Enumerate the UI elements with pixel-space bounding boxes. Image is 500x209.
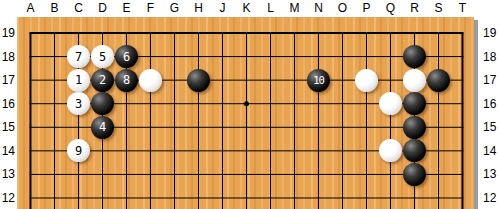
intersection-N13[interactable] <box>307 163 331 187</box>
intersection-C19[interactable] <box>67 21 91 45</box>
intersection-O13[interactable] <box>331 163 355 187</box>
column-label-L: L <box>267 0 274 16</box>
row-label-right-19: 19 <box>483 25 496 41</box>
intersection-M14[interactable] <box>283 139 307 163</box>
row-label-left-18: 18 <box>0 49 15 65</box>
move-number: 2 <box>99 74 106 86</box>
intersection-L17[interactable] <box>259 68 283 92</box>
intersection-R14[interactable] <box>403 139 427 163</box>
intersection-E16[interactable] <box>115 92 139 116</box>
intersection-C18[interactable]: 7 <box>67 45 91 69</box>
intersection-J17[interactable] <box>211 68 235 92</box>
intersection-A18[interactable] <box>19 45 43 69</box>
go-board-diagram: ABCDEFGHJKLMNOPQRST 1918171615141312 191… <box>0 0 500 209</box>
intersection-D14[interactable] <box>91 139 115 163</box>
intersection-R15[interactable] <box>403 115 427 139</box>
column-label-E: E <box>122 0 130 16</box>
stone-white-D18[interactable]: 5 <box>91 45 114 68</box>
intersection-O15[interactable] <box>331 115 355 139</box>
move-number: 3 <box>75 98 82 110</box>
intersection-J13[interactable] <box>211 163 235 187</box>
move-number: 6 <box>123 51 130 63</box>
intersection-Q17[interactable] <box>379 68 403 92</box>
intersection-M16[interactable] <box>283 92 307 116</box>
intersection-M18[interactable] <box>283 45 307 69</box>
stone-black-R14[interactable] <box>403 139 426 162</box>
intersection-S13[interactable] <box>427 163 451 187</box>
intersection-P16[interactable] <box>355 92 379 116</box>
intersection-G12[interactable] <box>163 186 187 209</box>
intersection-E13[interactable] <box>115 163 139 187</box>
row-label-right-16: 16 <box>483 96 496 112</box>
intersection-R17[interactable] <box>403 68 427 92</box>
intersection-Q15[interactable] <box>379 115 403 139</box>
move-number: 4 <box>99 121 106 133</box>
intersection-N19[interactable] <box>307 21 331 45</box>
intersection-T17[interactable] <box>451 68 475 92</box>
intersection-J14[interactable] <box>211 139 235 163</box>
stone-black-E18[interactable]: 6 <box>115 45 138 68</box>
row-label-left-12: 12 <box>0 190 15 206</box>
intersection-E18[interactable]: 6 <box>115 45 139 69</box>
stone-black-D17[interactable]: 2 <box>91 69 114 92</box>
intersection-M19[interactable] <box>283 21 307 45</box>
intersection-A12[interactable] <box>19 186 43 209</box>
intersection-S14[interactable] <box>427 139 451 163</box>
intersection-F19[interactable] <box>139 21 163 45</box>
stone-black-N17[interactable]: 10 <box>307 69 330 92</box>
intersection-Q16[interactable] <box>379 92 403 116</box>
intersection-D19[interactable] <box>91 21 115 45</box>
intersection-R16[interactable] <box>403 92 427 116</box>
intersection-T16[interactable] <box>451 92 475 116</box>
intersection-P14[interactable] <box>355 139 379 163</box>
intersection-T15[interactable] <box>451 115 475 139</box>
intersection-C15[interactable] <box>67 115 91 139</box>
intersection-M12[interactable] <box>283 186 307 209</box>
intersection-E15[interactable] <box>115 115 139 139</box>
stone-white-P17[interactable] <box>355 69 378 92</box>
stone-white-C17[interactable]: 1 <box>67 69 90 92</box>
column-label-G: G <box>170 0 179 16</box>
intersection-K18[interactable] <box>235 45 259 69</box>
stone-black-R13[interactable] <box>403 163 426 186</box>
intersection-P15[interactable] <box>355 115 379 139</box>
intersection-P13[interactable] <box>355 163 379 187</box>
intersection-K13[interactable] <box>235 163 259 187</box>
intersection-B19[interactable] <box>43 21 67 45</box>
intersection-A14[interactable] <box>19 139 43 163</box>
intersection-O19[interactable] <box>331 21 355 45</box>
intersection-D12[interactable] <box>91 186 115 209</box>
stone-black-D16[interactable] <box>91 92 114 115</box>
row-label-left-16: 16 <box>0 96 15 112</box>
intersection-H16[interactable] <box>187 92 211 116</box>
stone-black-H17[interactable] <box>187 69 210 92</box>
intersection-H19[interactable] <box>187 21 211 45</box>
row-label-right-14: 14 <box>483 143 496 159</box>
intersection-P19[interactable] <box>355 21 379 45</box>
intersection-P17[interactable] <box>355 68 379 92</box>
intersection-R13[interactable] <box>403 163 427 187</box>
intersection-J16[interactable] <box>211 92 235 116</box>
intersection-T13[interactable] <box>451 163 475 187</box>
intersection-A19[interactable] <box>19 21 43 45</box>
intersection-N16[interactable] <box>307 92 331 116</box>
intersection-A17[interactable] <box>19 68 43 92</box>
stone-white-C16[interactable]: 3 <box>67 92 90 115</box>
intersection-T18[interactable] <box>451 45 475 69</box>
intersection-R19[interactable] <box>403 21 427 45</box>
intersection-T14[interactable] <box>451 139 475 163</box>
move-number: 9 <box>75 145 82 157</box>
stone-white-Q14[interactable] <box>379 139 402 162</box>
intersection-N17[interactable]: 10 <box>307 68 331 92</box>
intersection-C16[interactable]: 3 <box>67 92 91 116</box>
intersection-G15[interactable] <box>163 115 187 139</box>
intersection-F17[interactable] <box>139 68 163 92</box>
intersection-T19[interactable] <box>451 21 475 45</box>
intersection-S18[interactable] <box>427 45 451 69</box>
stone-white-Q16[interactable] <box>379 92 402 115</box>
column-label-C: C <box>74 0 83 16</box>
intersection-L12[interactable] <box>259 186 283 209</box>
intersection-B12[interactable] <box>43 186 67 209</box>
intersection-P12[interactable] <box>355 186 379 209</box>
intersection-G14[interactable] <box>163 139 187 163</box>
intersection-K14[interactable] <box>235 139 259 163</box>
stone-black-D15[interactable]: 4 <box>91 116 114 139</box>
column-label-Q: Q <box>386 0 395 16</box>
intersection-M17[interactable] <box>283 68 307 92</box>
intersection-D13[interactable] <box>91 163 115 187</box>
stone-black-R15[interactable] <box>403 116 426 139</box>
stone-white-R17[interactable] <box>403 69 426 92</box>
intersection-J18[interactable] <box>211 45 235 69</box>
intersection-S19[interactable] <box>427 21 451 45</box>
intersection-S17[interactable] <box>427 68 451 92</box>
intersection-Q12[interactable] <box>379 186 403 209</box>
intersection-M13[interactable] <box>283 163 307 187</box>
intersection-D17[interactable]: 2 <box>91 68 115 92</box>
intersection-N12[interactable] <box>307 186 331 209</box>
intersection-B15[interactable] <box>43 115 67 139</box>
intersection-B16[interactable] <box>43 92 67 116</box>
intersection-S12[interactable] <box>427 186 451 209</box>
intersection-F18[interactable] <box>139 45 163 69</box>
intersection-F15[interactable] <box>139 115 163 139</box>
column-label-M: M <box>290 0 300 16</box>
intersection-L16[interactable] <box>259 92 283 116</box>
intersection-S16[interactable] <box>427 92 451 116</box>
intersection-B14[interactable] <box>43 139 67 163</box>
column-label-H: H <box>194 0 203 16</box>
intersection-D16[interactable] <box>91 92 115 116</box>
intersection-H15[interactable] <box>187 115 211 139</box>
column-label-O: O <box>338 0 347 16</box>
row-label-left-13: 13 <box>0 166 15 182</box>
intersection-A13[interactable] <box>19 163 43 187</box>
move-number: 8 <box>123 74 130 86</box>
row-label-left-17: 17 <box>0 72 15 88</box>
intersection-E17[interactable]: 8 <box>115 68 139 92</box>
intersection-N14[interactable] <box>307 139 331 163</box>
intersection-H13[interactable] <box>187 163 211 187</box>
intersection-J15[interactable] <box>211 115 235 139</box>
intersection-L15[interactable] <box>259 115 283 139</box>
board-shadow-edge <box>474 20 478 209</box>
stone-black-E17[interactable]: 8 <box>115 69 138 92</box>
intersection-R12[interactable] <box>403 186 427 209</box>
intersection-P18[interactable] <box>355 45 379 69</box>
intersection-C12[interactable] <box>67 186 91 209</box>
stone-white-C14[interactable]: 9 <box>67 139 90 162</box>
column-label-T: T <box>459 0 466 16</box>
move-number: 7 <box>75 51 82 63</box>
intersection-K19[interactable] <box>235 21 259 45</box>
intersection-L14[interactable] <box>259 139 283 163</box>
intersection-B18[interactable] <box>43 45 67 69</box>
intersection-Q14[interactable] <box>379 139 403 163</box>
column-label-N: N <box>314 0 323 16</box>
intersection-C17[interactable]: 1 <box>67 68 91 92</box>
intersection-Q13[interactable] <box>379 163 403 187</box>
intersection-C13[interactable] <box>67 163 91 187</box>
intersection-Q19[interactable] <box>379 21 403 45</box>
intersection-H12[interactable] <box>187 186 211 209</box>
intersection-N15[interactable] <box>307 115 331 139</box>
intersection-K16[interactable] <box>235 92 259 116</box>
intersection-K12[interactable] <box>235 186 259 209</box>
row-label-left-14: 14 <box>0 143 15 159</box>
stone-black-S17[interactable] <box>427 69 450 92</box>
column-label-P: P <box>362 0 370 16</box>
intersection-F14[interactable] <box>139 139 163 163</box>
column-label-S: S <box>434 0 442 16</box>
intersection-H17[interactable] <box>187 68 211 92</box>
intersection-E12[interactable] <box>115 186 139 209</box>
row-label-right-18: 18 <box>483 49 496 65</box>
move-number: 5 <box>99 51 106 63</box>
intersection-G13[interactable] <box>163 163 187 187</box>
intersection-Q18[interactable] <box>379 45 403 69</box>
intersection-O14[interactable] <box>331 139 355 163</box>
move-number: 10 <box>313 75 324 86</box>
go-board[interactable]: 75612810349 <box>17 17 474 209</box>
stone-white-C18[interactable]: 7 <box>67 45 90 68</box>
intersection-J12[interactable] <box>211 186 235 209</box>
column-label-B: B <box>50 0 58 16</box>
intersection-O18[interactable] <box>331 45 355 69</box>
row-label-left-15: 15 <box>0 119 15 135</box>
intersection-J19[interactable] <box>211 21 235 45</box>
intersection-H14[interactable] <box>187 139 211 163</box>
intersection-O17[interactable] <box>331 68 355 92</box>
column-label-K: K <box>242 0 250 16</box>
row-label-left-19: 19 <box>0 25 15 41</box>
intersection-H18[interactable] <box>187 45 211 69</box>
intersection-B13[interactable] <box>43 163 67 187</box>
intersection-M15[interactable] <box>283 115 307 139</box>
intersection-K17[interactable] <box>235 68 259 92</box>
intersection-E14[interactable] <box>115 139 139 163</box>
row-label-right-12: 12 <box>483 190 496 206</box>
intersection-G16[interactable] <box>163 92 187 116</box>
intersection-T12[interactable] <box>451 186 475 209</box>
intersection-L18[interactable] <box>259 45 283 69</box>
intersection-C14[interactable]: 9 <box>67 139 91 163</box>
board-grid: 75612810349 <box>19 21 475 209</box>
intersection-D18[interactable]: 5 <box>91 45 115 69</box>
column-label-J: J <box>220 0 226 16</box>
row-label-right-15: 15 <box>483 119 496 135</box>
stone-black-R16[interactable] <box>403 92 426 115</box>
column-label-F: F <box>147 0 154 16</box>
intersection-R18[interactable] <box>403 45 427 69</box>
intersection-G19[interactable] <box>163 21 187 45</box>
intersection-G18[interactable] <box>163 45 187 69</box>
intersection-F16[interactable] <box>139 92 163 116</box>
intersection-L13[interactable] <box>259 163 283 187</box>
intersection-O12[interactable] <box>331 186 355 209</box>
column-label-D: D <box>98 0 107 16</box>
intersection-B17[interactable] <box>43 68 67 92</box>
move-number: 1 <box>75 74 82 86</box>
intersection-O16[interactable] <box>331 92 355 116</box>
stone-black-R18[interactable] <box>403 45 426 68</box>
intersection-K15[interactable] <box>235 115 259 139</box>
column-label-A: A <box>26 0 34 16</box>
intersection-D15[interactable]: 4 <box>91 115 115 139</box>
column-label-R: R <box>410 0 419 16</box>
intersection-F12[interactable] <box>139 186 163 209</box>
row-label-right-17: 17 <box>483 72 496 88</box>
row-label-right-13: 13 <box>483 166 496 182</box>
intersection-A15[interactable] <box>19 115 43 139</box>
stone-white-F17[interactable] <box>139 69 162 92</box>
intersection-G17[interactable] <box>163 68 187 92</box>
intersection-A16[interactable] <box>19 92 43 116</box>
intersection-S15[interactable] <box>427 115 451 139</box>
intersection-E19[interactable] <box>115 21 139 45</box>
intersection-F13[interactable] <box>139 163 163 187</box>
intersection-L19[interactable] <box>259 21 283 45</box>
intersection-N18[interactable] <box>307 45 331 69</box>
